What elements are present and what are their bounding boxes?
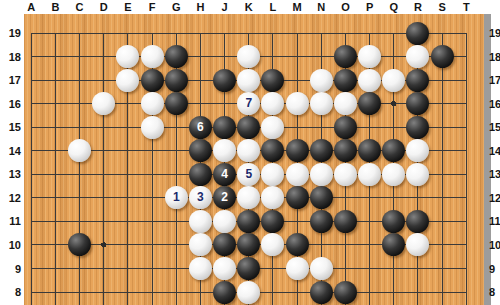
black-stone[interactable]: 2 (213, 186, 236, 209)
black-stone[interactable] (431, 45, 454, 68)
row-label-right: 17 (489, 73, 500, 87)
white-stone[interactable] (141, 92, 164, 115)
move-number-label: 5 (237, 163, 260, 186)
white-stone[interactable] (286, 257, 309, 280)
row-label-right: 19 (489, 26, 500, 40)
white-stone[interactable] (310, 92, 333, 115)
black-stone[interactable] (237, 210, 260, 233)
row-label-left: 17 (0, 73, 21, 87)
black-stone[interactable] (237, 116, 260, 139)
column-label: F (142, 0, 162, 14)
black-stone[interactable] (213, 281, 236, 304)
black-stone[interactable] (406, 116, 429, 139)
move-number-label: 7 (237, 92, 260, 115)
white-stone[interactable] (141, 116, 164, 139)
white-stone[interactable] (286, 163, 309, 186)
black-stone[interactable] (213, 116, 236, 139)
black-stone[interactable] (286, 186, 309, 209)
row-label-right: 10 (489, 238, 500, 252)
black-stone[interactable] (310, 281, 333, 304)
column-label: P (360, 0, 380, 14)
column-label: T (456, 0, 476, 14)
white-stone[interactable] (310, 69, 333, 92)
black-stone[interactable] (334, 210, 357, 233)
black-stone[interactable] (165, 69, 188, 92)
black-stone[interactable] (406, 22, 429, 45)
column-label: R (408, 0, 428, 14)
go-board[interactable]: 7645132 (24, 14, 484, 305)
row-label-left: 9 (0, 262, 21, 276)
white-stone[interactable] (213, 257, 236, 280)
row-label-left: 10 (0, 238, 21, 252)
black-stone[interactable] (189, 139, 212, 162)
move-number-label: 2 (213, 186, 236, 209)
white-stone[interactable] (189, 210, 212, 233)
black-stone[interactable]: 4 (213, 163, 236, 186)
row-label-right: 11 (489, 214, 500, 228)
black-stone[interactable] (141, 69, 164, 92)
black-stone[interactable] (382, 210, 405, 233)
black-stone[interactable] (334, 139, 357, 162)
black-stone[interactable] (261, 69, 284, 92)
white-stone[interactable]: 7 (237, 92, 260, 115)
move-number-label: 4 (213, 163, 236, 186)
hoshi-point (391, 101, 396, 106)
white-stone[interactable] (358, 163, 381, 186)
row-label-right: 18 (489, 50, 500, 64)
column-label: E (118, 0, 138, 14)
column-label: M (287, 0, 307, 14)
row-label-left: 19 (0, 26, 21, 40)
row-label-left: 8 (0, 285, 21, 299)
white-stone[interactable] (310, 257, 333, 280)
move-number-label: 1 (165, 186, 188, 209)
black-stone[interactable] (286, 139, 309, 162)
row-label-left: 13 (0, 167, 21, 181)
column-label: J (215, 0, 235, 14)
white-stone[interactable]: 1 (165, 186, 188, 209)
white-stone[interactable]: 3 (189, 186, 212, 209)
white-stone[interactable] (382, 163, 405, 186)
black-stone[interactable] (334, 69, 357, 92)
row-label-left: 16 (0, 97, 21, 111)
black-stone[interactable] (334, 45, 357, 68)
black-stone[interactable] (286, 233, 309, 256)
white-stone[interactable] (141, 45, 164, 68)
row-label-left: 12 (0, 191, 21, 205)
move-number-label: 6 (189, 116, 212, 139)
row-label-right: 9 (489, 262, 500, 276)
black-stone[interactable] (189, 163, 212, 186)
white-stone[interactable] (334, 163, 357, 186)
move-number-label: 3 (189, 186, 212, 209)
white-stone[interactable] (310, 163, 333, 186)
white-stone[interactable] (189, 257, 212, 280)
black-stone[interactable] (165, 45, 188, 68)
column-label: K (239, 0, 259, 14)
row-label-left: 18 (0, 50, 21, 64)
white-stone[interactable] (116, 69, 139, 92)
black-stone[interactable] (310, 186, 333, 209)
row-label-right: 14 (489, 144, 500, 158)
row-label-left: 15 (0, 120, 21, 134)
row-label-right: 15 (489, 120, 500, 134)
white-stone[interactable] (286, 92, 309, 115)
column-label: G (166, 0, 186, 14)
row-label-left: 11 (0, 214, 21, 228)
black-stone[interactable]: 6 (189, 116, 212, 139)
column-label: D (94, 0, 114, 14)
black-stone[interactable] (165, 92, 188, 115)
black-stone[interactable] (310, 210, 333, 233)
column-label: B (45, 0, 65, 14)
white-stone[interactable] (213, 210, 236, 233)
black-stone[interactable] (406, 69, 429, 92)
column-label: N (311, 0, 331, 14)
column-label: L (263, 0, 283, 14)
white-stone[interactable] (237, 281, 260, 304)
row-label-left: 14 (0, 144, 21, 158)
white-stone[interactable] (261, 116, 284, 139)
white-stone[interactable] (358, 69, 381, 92)
white-stone[interactable] (334, 92, 357, 115)
white-stone[interactable] (382, 69, 405, 92)
row-label-right: 12 (489, 191, 500, 205)
row-label-right: 13 (489, 167, 500, 181)
column-label: S (432, 0, 452, 14)
go-app-screen: 7645132 ABCDEFGHJKLMNOPQRST1919181817171… (0, 0, 500, 305)
black-stone[interactable] (334, 116, 357, 139)
black-stone[interactable] (334, 281, 357, 304)
column-label: O (335, 0, 355, 14)
column-label: C (70, 0, 90, 14)
column-label: A (21, 0, 41, 14)
hoshi-point (101, 242, 106, 247)
white-stone[interactable] (237, 69, 260, 92)
row-label-right: 16 (489, 97, 500, 111)
white-stone[interactable]: 5 (237, 163, 260, 186)
row-label-right: 8 (489, 285, 500, 299)
column-label: Q (384, 0, 404, 14)
column-label: H (190, 0, 210, 14)
black-stone[interactable] (310, 139, 333, 162)
white-stone[interactable] (358, 45, 381, 68)
black-stone[interactable] (213, 69, 236, 92)
